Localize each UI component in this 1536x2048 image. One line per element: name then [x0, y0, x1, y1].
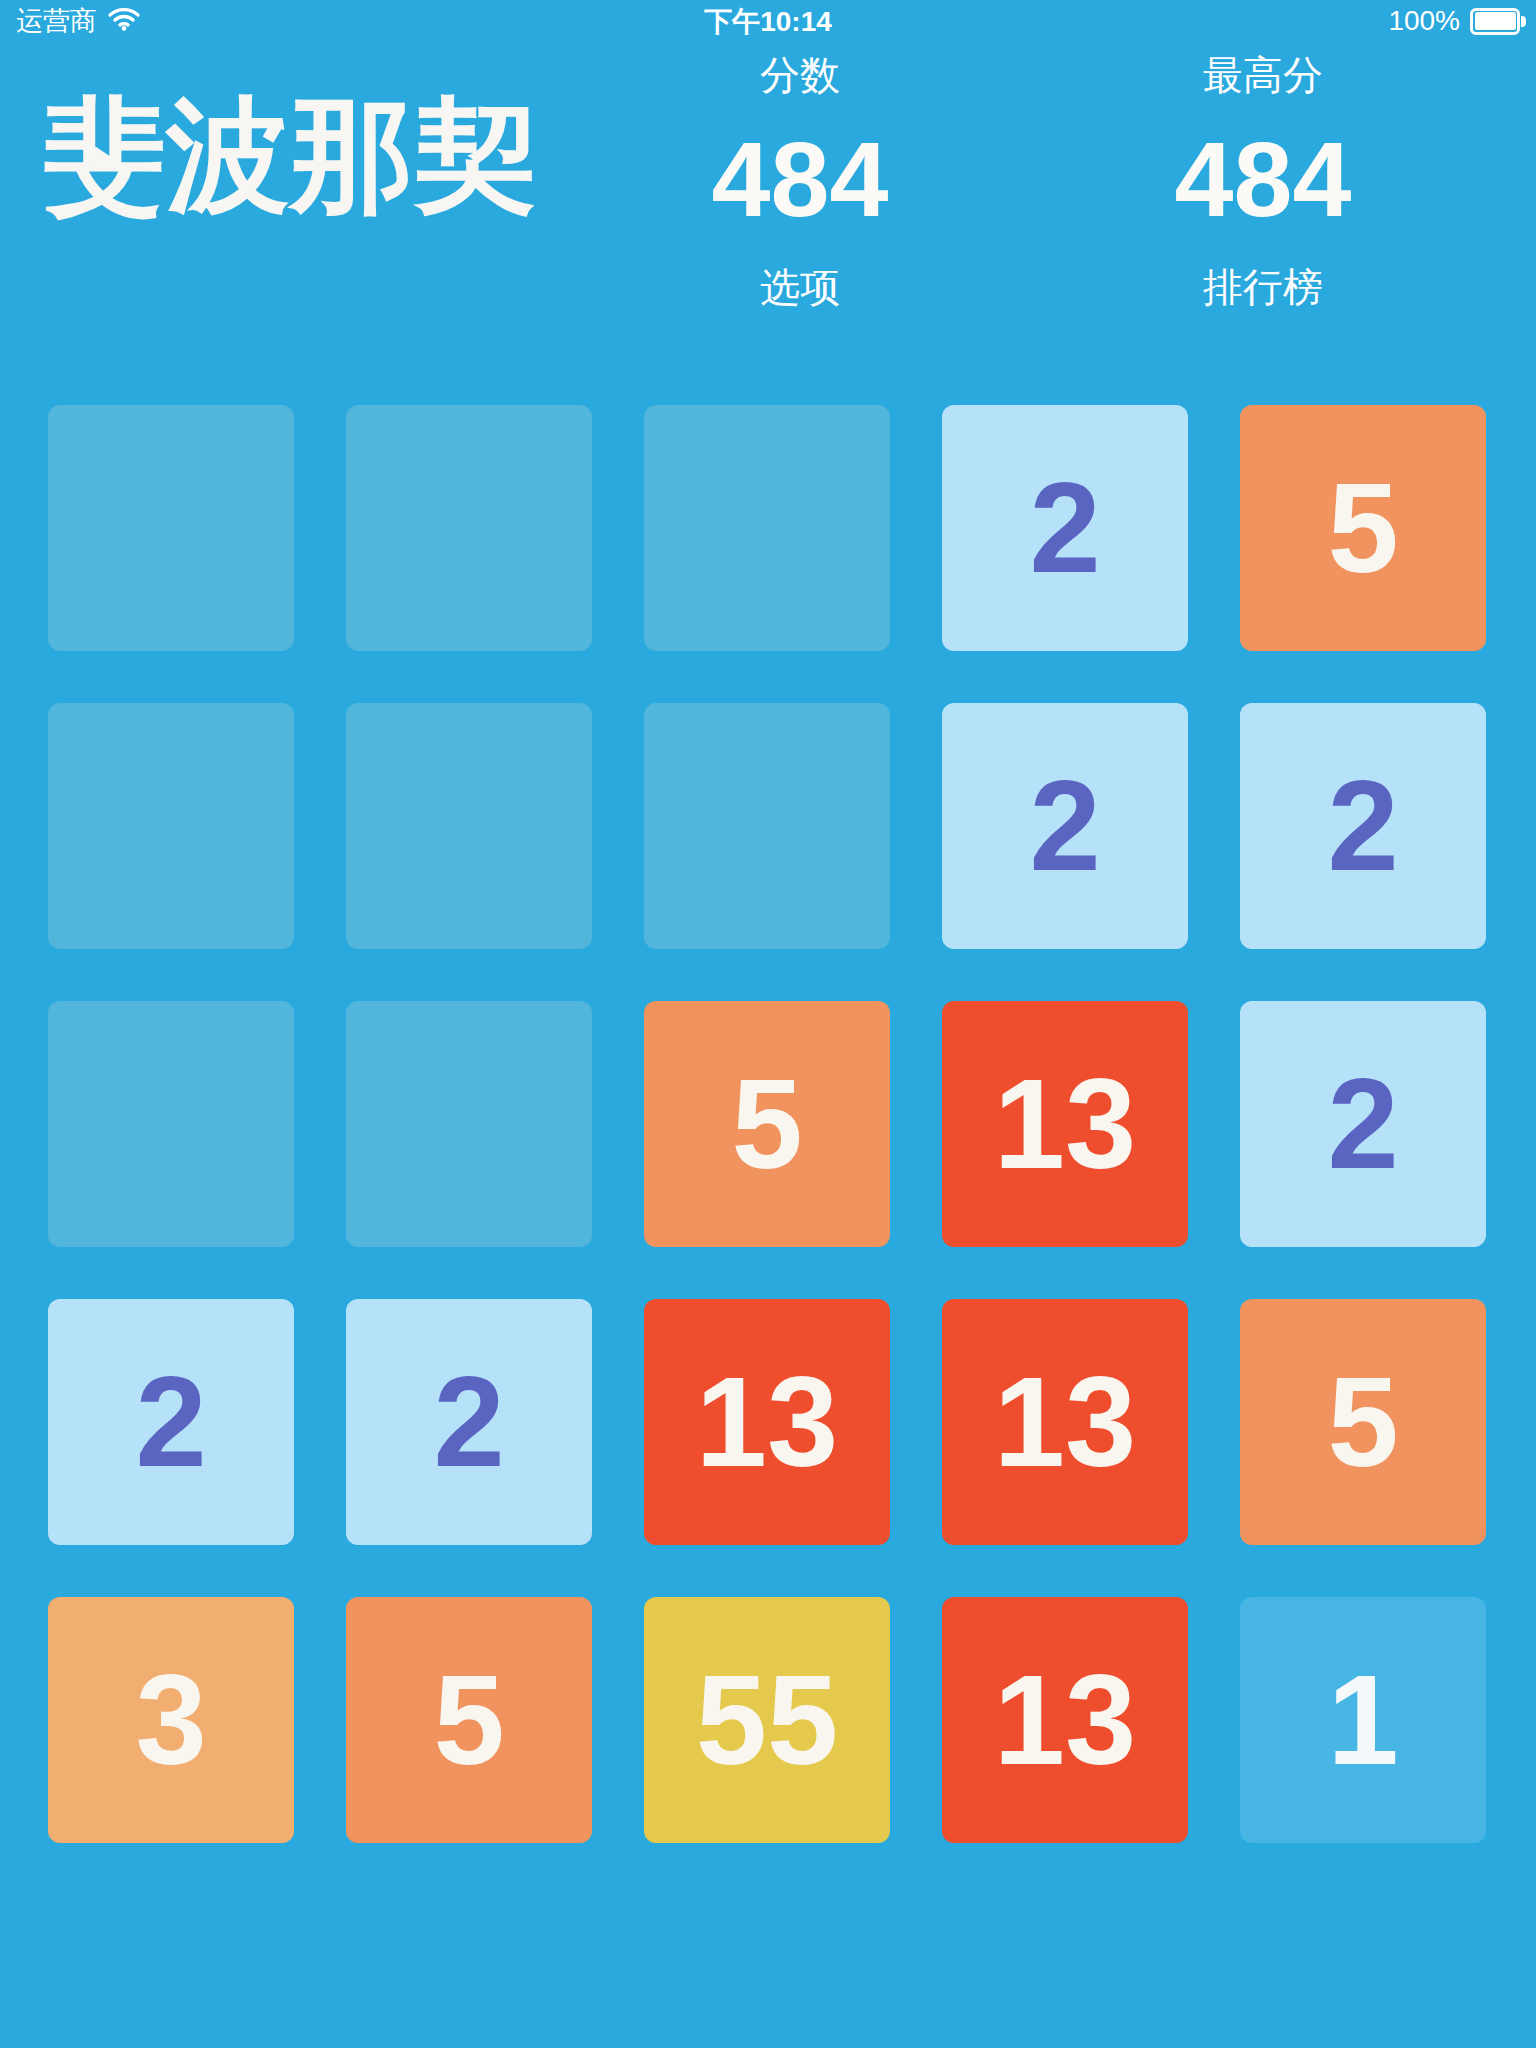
status-bar: 运营商 下午10:14 100%	[0, 0, 1536, 42]
score-label: 分数	[590, 52, 1010, 98]
tile-5: 5	[346, 1597, 592, 1843]
best-panel: 最高分 484 排行榜	[1053, 52, 1473, 310]
tile-55: 55	[644, 1597, 890, 1843]
empty-cell	[644, 703, 890, 949]
tile-2: 2	[942, 405, 1188, 651]
tile-1: 1	[1240, 1597, 1486, 1843]
empty-cell	[48, 405, 294, 651]
empty-cell	[644, 405, 890, 651]
tile-2: 2	[942, 703, 1188, 949]
score-value: 484	[590, 126, 1010, 232]
tile-2: 2	[346, 1299, 592, 1545]
tile-13: 13	[942, 1001, 1188, 1247]
best-value: 484	[1053, 126, 1473, 232]
wifi-icon	[107, 5, 141, 38]
empty-cell	[346, 703, 592, 949]
empty-cell	[346, 405, 592, 651]
battery-percent: 100%	[1388, 5, 1460, 37]
tile-13: 13	[942, 1299, 1188, 1545]
tile-2: 2	[48, 1299, 294, 1545]
tile-13: 13	[644, 1299, 890, 1545]
board[interactable]: 2522513222131353555131	[48, 405, 1486, 1843]
score-panel: 分数 484 选项	[590, 52, 1010, 310]
status-time: 下午10:14	[0, 0, 1536, 42]
leaderboard-button[interactable]: 排行榜	[1053, 264, 1473, 310]
carrier-label: 运营商	[16, 3, 97, 39]
tile-3: 3	[48, 1597, 294, 1843]
tile-2: 2	[1240, 703, 1486, 949]
empty-cell	[346, 1001, 592, 1247]
tile-5: 5	[1240, 1299, 1486, 1545]
empty-cell	[48, 703, 294, 949]
best-label: 最高分	[1053, 52, 1473, 98]
app-title: 斐波那契	[42, 90, 538, 220]
empty-cell	[48, 1001, 294, 1247]
tile-5: 5	[644, 1001, 890, 1247]
battery-icon	[1470, 8, 1520, 35]
tile-13: 13	[942, 1597, 1188, 1843]
tile-2: 2	[1240, 1001, 1486, 1247]
tile-5: 5	[1240, 405, 1486, 651]
options-button[interactable]: 选项	[590, 264, 1010, 310]
